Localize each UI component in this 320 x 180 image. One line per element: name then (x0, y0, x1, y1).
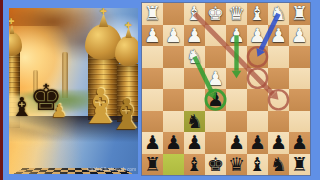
piece-black-pawn[interactable]: ♟ (249, 132, 266, 154)
square-g4[interactable] (163, 68, 184, 90)
square-e4[interactable]: ♟ (205, 68, 226, 90)
piece-white-queen[interactable]: ♛ (228, 3, 245, 25)
square-d5[interactable] (226, 89, 247, 111)
square-c2[interactable]: ♟ (247, 25, 268, 47)
piece-black-king[interactable]: ♚ (207, 154, 224, 176)
square-e3[interactable] (205, 46, 226, 68)
square-c8[interactable]: ♝ (247, 154, 268, 176)
square-a4[interactable] (289, 68, 310, 90)
piece-black-pawn[interactable]: ♟ (207, 89, 224, 111)
square-d2[interactable]: ♟ (226, 25, 247, 47)
square-g6[interactable] (163, 111, 184, 133)
square-g2[interactable]: ♟ (163, 25, 184, 47)
square-e2[interactable] (205, 25, 226, 47)
square-g5[interactable] (163, 89, 184, 111)
piece-black-knight[interactable]: ♞ (186, 111, 203, 133)
square-d6[interactable] (226, 111, 247, 133)
square-e5[interactable]: ♟ (205, 89, 226, 111)
piece-white-pawn[interactable]: ♟ (228, 25, 245, 47)
square-f3[interactable]: ♞ (184, 46, 205, 68)
piece-white-pawn[interactable]: ♟ (291, 25, 308, 47)
left-accent-strip (0, 0, 3, 180)
piece-white-knight[interactable]: ♞ (270, 3, 287, 25)
square-e6[interactable] (205, 111, 226, 133)
square-g8[interactable] (163, 154, 184, 176)
square-b1[interactable]: ♞ (268, 3, 289, 25)
square-h7[interactable]: ♟ (142, 132, 163, 154)
piece-black-pawn[interactable]: ♟ (165, 132, 182, 154)
square-e8[interactable]: ♚ (205, 154, 226, 176)
chess-art-panel: ✚ ✚ ✚ ♝ ♚ ♟ ♝ ♝ stablediffusionweb.com (9, 8, 138, 174)
square-f2[interactable]: ♟ (184, 25, 205, 47)
square-a6[interactable] (289, 111, 310, 133)
square-g1[interactable] (163, 3, 184, 25)
square-d3[interactable] (226, 46, 247, 68)
cross-finial-icon: ✚ (125, 22, 132, 30)
piece-black-rook[interactable]: ♜ (291, 154, 308, 176)
square-c7[interactable]: ♟ (247, 132, 268, 154)
square-a7[interactable]: ♟ (289, 132, 310, 154)
piece-black-pawn[interactable]: ♟ (270, 132, 287, 154)
piece-black-rook[interactable]: ♜ (144, 154, 161, 176)
piece-white-bishop[interactable]: ♝ (249, 3, 266, 25)
square-c1[interactable]: ♝ (247, 3, 268, 25)
piece-black-pawn[interactable]: ♟ (291, 132, 308, 154)
square-f1[interactable]: ♝ (184, 3, 205, 25)
square-a8[interactable]: ♜ (289, 154, 310, 176)
piece-white-bishop[interactable]: ♝ (186, 3, 203, 25)
square-f8[interactable]: ♝ (184, 154, 205, 176)
square-b8[interactable]: ♞ (268, 154, 289, 176)
square-b4[interactable] (268, 68, 289, 90)
square-a3[interactable] (289, 46, 310, 68)
square-d1[interactable]: ♛ (226, 3, 247, 25)
square-d7[interactable]: ♟ (226, 132, 247, 154)
square-e1[interactable]: ♚ (205, 3, 226, 25)
square-g7[interactable]: ♟ (163, 132, 184, 154)
art-gold-pawn: ♟ (51, 102, 67, 120)
square-h4[interactable] (142, 68, 163, 90)
square-e7[interactable] (205, 132, 226, 154)
square-d8[interactable]: ♛ (226, 154, 247, 176)
piece-white-rook[interactable]: ♜ (144, 3, 161, 25)
square-b3[interactable] (268, 46, 289, 68)
piece-white-rook[interactable]: ♜ (291, 3, 308, 25)
square-b5[interactable] (268, 89, 289, 111)
watermark-text: stablediffusionweb.com (87, 167, 136, 172)
piece-black-queen[interactable]: ♛ (228, 154, 245, 176)
piece-black-pawn[interactable]: ♟ (144, 132, 161, 154)
piece-black-bishop[interactable]: ♝ (186, 154, 203, 176)
square-a2[interactable]: ♟ (289, 25, 310, 47)
square-c6[interactable] (247, 111, 268, 133)
square-c3[interactable] (247, 46, 268, 68)
cross-finial-icon: ✚ (9, 18, 15, 26)
square-h1[interactable]: ♜ (142, 3, 163, 25)
piece-white-pawn[interactable]: ♟ (249, 25, 266, 47)
onion-dome-right (115, 36, 138, 66)
piece-black-pawn[interactable]: ♟ (186, 132, 203, 154)
thumbnail-canvas: ✚ ✚ ✚ ♝ ♚ ♟ ♝ ♝ stablediffusionweb.com ♜… (0, 0, 320, 180)
piece-black-bishop[interactable]: ♝ (249, 154, 266, 176)
square-h5[interactable] (142, 89, 163, 111)
square-b2[interactable]: ♟ (268, 25, 289, 47)
square-g3[interactable] (163, 46, 184, 68)
square-f6[interactable]: ♞ (184, 111, 205, 133)
piece-white-pawn[interactable]: ♟ (186, 25, 203, 47)
square-c5[interactable] (247, 89, 268, 111)
square-f7[interactable]: ♟ (184, 132, 205, 154)
square-c4[interactable] (247, 68, 268, 90)
square-f4[interactable] (184, 68, 205, 90)
square-h3[interactable] (142, 46, 163, 68)
piece-white-knight[interactable]: ♞ (186, 46, 203, 68)
piece-white-pawn[interactable]: ♟ (144, 25, 161, 47)
chess-board: ♜♝♚♛♝♞♜♟♟♟♟♟♟♟♞♟♟♞♟♟♟♟♟♟♟♜♝♚♛♝♞♜ (142, 3, 310, 175)
art-gold-bishop-right: ♝ (108, 94, 138, 136)
square-f5[interactable] (184, 89, 205, 111)
piece-white-pawn[interactable]: ♟ (207, 68, 224, 90)
square-d4[interactable] (226, 68, 247, 90)
piece-white-pawn[interactable]: ♟ (165, 25, 182, 47)
piece-black-pawn[interactable]: ♟ (228, 132, 245, 154)
square-h6[interactable] (142, 111, 163, 133)
square-a1[interactable]: ♜ (289, 3, 310, 25)
square-a5[interactable] (289, 89, 310, 111)
square-b6[interactable] (268, 111, 289, 133)
piece-white-king[interactable]: ♚ (207, 3, 224, 25)
piece-white-pawn[interactable]: ♟ (270, 25, 287, 47)
square-b7[interactable]: ♟ (268, 132, 289, 154)
piece-black-knight[interactable]: ♞ (270, 154, 287, 176)
square-h8[interactable]: ♜ (142, 154, 163, 176)
cross-finial-icon: ✚ (100, 8, 107, 16)
square-h2[interactable]: ♟ (142, 25, 163, 47)
